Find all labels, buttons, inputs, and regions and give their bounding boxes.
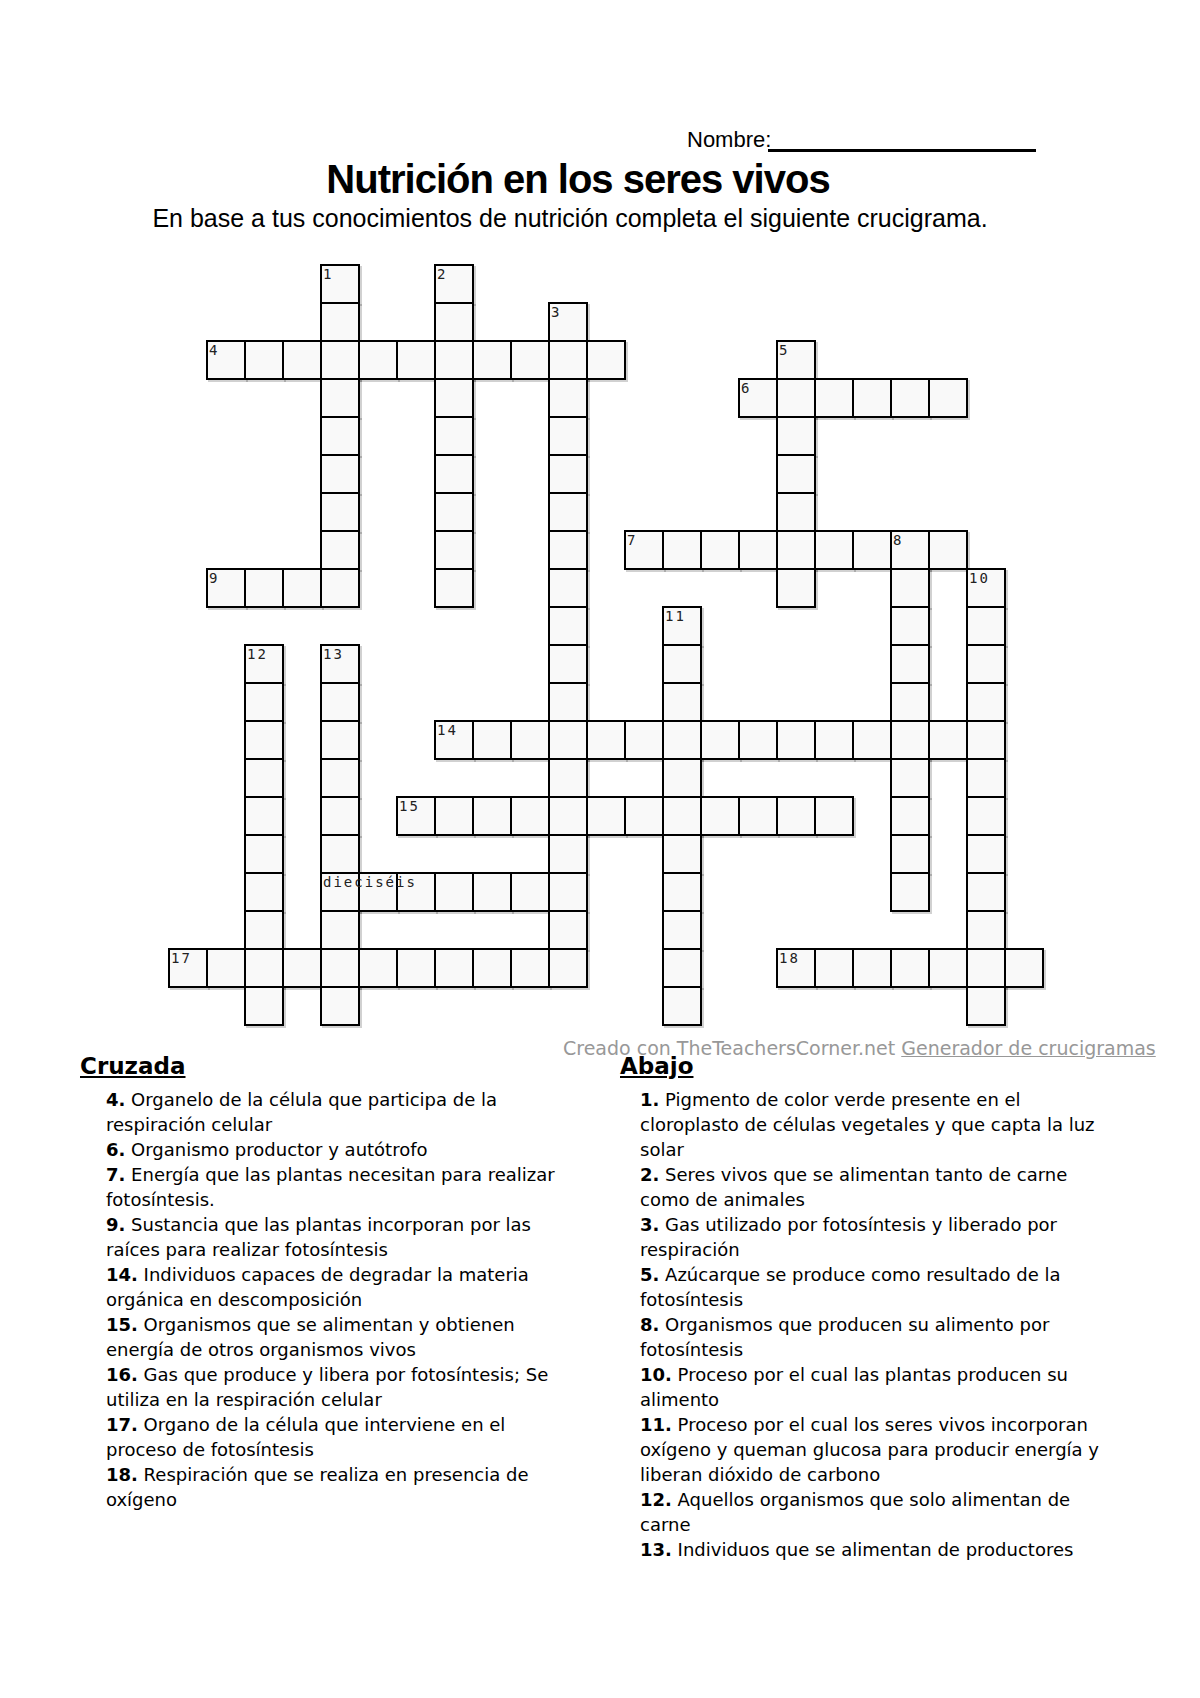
crossword-grid: 123456789101112131415dieciséis1718 [168,264,1046,1028]
across-clue-6: 6. Organismo productor y autótrofo [106,1137,651,1162]
grid-cell-r12c2[interactable] [244,720,284,760]
grid-cell-r3c7[interactable] [434,378,474,418]
grid-cell-r16c9[interactable] [510,872,550,912]
grid-cell-r9c10[interactable] [548,606,588,646]
clue-number-8: 8 [893,533,903,547]
down-clues-title: Abajo [620,1053,693,1079]
grid-cell-r13c2[interactable] [244,758,284,798]
across-clue-number: 15. [106,1314,138,1335]
grid-cell-r18c7[interactable] [434,948,474,988]
grid-cell-r12c20[interactable] [928,720,968,760]
down-clue-13: 13. Individuos que se alimentan de produ… [640,1537,1170,1562]
clue-number-18: 18 [779,951,800,965]
grid-cell-r15c21[interactable] [966,834,1006,874]
grid-cell-r5c7[interactable] [434,454,474,494]
credit-text: Creado con TheTeachersCorner.net [563,1037,901,1059]
grid-cell-r18c19[interactable] [890,948,930,988]
grid-cell-r18c8[interactable] [472,948,512,988]
down-clue-number: 2. [640,1164,659,1185]
grid-cell-r14c19[interactable] [890,796,930,836]
down-clue-text: Aquellos organismos que solo alimentan d… [640,1489,1070,1535]
grid-cell-r2c6[interactable] [396,340,436,380]
grid-cell-r16c19[interactable] [890,872,930,912]
across-clue-9: 9. Sustancia que las plantas incorporan … [106,1212,651,1262]
page-subtitle: En base a tus conocimientos de nutrición… [0,204,1140,233]
grid-cell-r7c20[interactable] [928,530,968,570]
across-clue-text: Organismos que se alimentan y obtienen e… [106,1314,515,1360]
grid-cell-r1c7[interactable] [434,302,474,342]
down-clue-number: 5. [640,1264,659,1285]
grid-cell-r16c8[interactable] [472,872,512,912]
grid-cell-r18c21[interactable] [966,948,1006,988]
clue-number-9: 9 [209,571,219,585]
across-clues-list: 4. Organelo de la célula que participa d… [106,1087,651,1512]
name-blank-line[interactable] [768,149,1036,152]
grid-cell-r3c16[interactable] [776,378,816,418]
grid-cell-r12c16[interactable] [776,720,816,760]
across-clue-text: Organismo productor y autótrofo [125,1139,427,1160]
across-clue-16: 16. Gas que produce y libera por fotosín… [106,1362,651,1412]
grid-cell-r3c20[interactable] [928,378,968,418]
clue-number-6: 6 [741,381,751,395]
grid-cell-r2c3[interactable] [282,340,322,380]
grid-cell-r10c10[interactable] [548,644,588,684]
down-clue-text: Gas utilizado por fotosíntesis y liberad… [640,1214,1057,1260]
grid-cell-r18c20[interactable] [928,948,968,988]
grid-cell-r8c3[interactable] [282,568,322,608]
grid-cell-r18c1[interactable] [206,948,246,988]
grid-cell-r14c11[interactable] [586,796,626,836]
grid-cell-r17c4[interactable] [320,910,360,950]
across-clue-17: 17. Organo de la célula que interviene e… [106,1412,651,1462]
across-clue-number: 18. [106,1464,138,1485]
grid-cell-r12c15[interactable] [738,720,778,760]
grid-cell-r8c4[interactable] [320,568,360,608]
grid-cell-r6c4[interactable] [320,492,360,532]
grid-cell-r11c2[interactable] [244,682,284,722]
grid-cell-r13c13[interactable] [662,758,702,798]
down-clue-number: 8. [640,1314,659,1335]
clue-number-dieciséis: dieciséis [323,875,417,889]
grid-cell-r12c18[interactable] [852,720,892,760]
grid-cell-r3c17[interactable] [814,378,854,418]
grid-cell-r4c10[interactable] [548,416,588,456]
across-clue-4: 4. Organelo de la célula que participa d… [106,1087,651,1137]
grid-cell-r4c16[interactable] [776,416,816,456]
grid-cell-r3c4[interactable] [320,378,360,418]
across-clue-15: 15. Organismos que se alimentan y obtien… [106,1312,651,1362]
grid-cell-r8c7[interactable] [434,568,474,608]
grid-cell-r4c4[interactable] [320,416,360,456]
grid-cell-r7c13[interactable] [662,530,702,570]
grid-cell-r1c4[interactable] [320,302,360,342]
grid-cell-r7c14[interactable] [700,530,740,570]
grid-cell-r6c10[interactable] [548,492,588,532]
clue-number-14: 14 [437,723,458,737]
grid-cell-r18c17[interactable] [814,948,854,988]
grid-cell-r13c21[interactable] [966,758,1006,798]
grid-cell-r14c16[interactable] [776,796,816,836]
clue-number-13: 13 [323,647,344,661]
grid-cell-r7c18[interactable] [852,530,892,570]
down-clue-8: 8. Organismos que producen su alimento p… [640,1312,1170,1362]
grid-cell-r14c8[interactable] [472,796,512,836]
grid-cell-r7c17[interactable] [814,530,854,570]
down-clue-3: 3. Gas utilizado por fotosíntesis y libe… [640,1212,1170,1262]
across-clue-text: Gas que produce y libera por fotosíntesi… [106,1364,548,1410]
clue-number-1: 1 [323,267,333,281]
across-clue-number: 7. [106,1164,125,1185]
grid-cell-r12c12[interactable] [624,720,664,760]
grid-cell-r12c8[interactable] [472,720,512,760]
down-clue-text: Seres vivos que se alimentan tanto de ca… [640,1164,1067,1210]
grid-cell-r12c17[interactable] [814,720,854,760]
grid-cell-r14c17[interactable] [814,796,854,836]
down-clue-10: 10. Proceso por el cual las plantas prod… [640,1362,1170,1412]
grid-cell-r6c7[interactable] [434,492,474,532]
grid-cell-r8c2[interactable] [244,568,284,608]
grid-cell-r3c19[interactable] [890,378,930,418]
grid-cell-r16c21[interactable] [966,872,1006,912]
across-clue-number: 9. [106,1214,125,1235]
grid-cell-r11c21[interactable] [966,682,1006,722]
page-title: Nutrición en los seres vivos [0,157,1156,202]
grid-cell-r11c10[interactable] [548,682,588,722]
grid-cell-r17c13[interactable] [662,910,702,950]
grid-cell-r2c4[interactable] [320,340,360,380]
grid-cell-r9c19[interactable] [890,606,930,646]
grid-cell-r12c11[interactable] [586,720,626,760]
grid-cell-r15c10[interactable] [548,834,588,874]
down-clue-5: 5. Azúcarque se produce como resultado d… [640,1262,1170,1312]
grid-cell-r18c3[interactable] [282,948,322,988]
clue-number-12: 12 [247,647,268,661]
clue-number-17: 17 [171,951,192,965]
across-clue-text: Sustancia que las plantas incorporan por… [106,1214,531,1260]
grid-cell-r14c10[interactable] [548,796,588,836]
down-clue-number: 12. [640,1489,672,1510]
grid-cell-r7c16[interactable] [776,530,816,570]
grid-cell-r8c19[interactable] [890,568,930,608]
grid-cell-r13c4[interactable] [320,758,360,798]
grid-cell-r10c13[interactable] [662,644,702,684]
grid-cell-r4c7[interactable] [434,416,474,456]
clue-number-11: 11 [665,609,686,623]
down-clue-text: Proceso por el cual las plantas producen… [640,1364,1068,1410]
down-clue-text: Pigmento de color verde presente en el c… [640,1089,1095,1160]
grid-cell-r15c2[interactable] [244,834,284,874]
down-clue-number: 11. [640,1414,672,1435]
grid-cell-r13c10[interactable] [548,758,588,798]
grid-cell-r11c13[interactable] [662,682,702,722]
grid-cell-r18c10[interactable] [548,948,588,988]
grid-cell-r7c4[interactable] [320,530,360,570]
grid-cell-r2c7[interactable] [434,340,474,380]
clue-number-7: 7 [627,533,637,547]
grid-cell-r12c21[interactable] [966,720,1006,760]
down-clue-text: Organismos que producen su alimento por … [640,1314,1049,1360]
across-clue-number: 14. [106,1264,138,1285]
grid-cell-r15c13[interactable] [662,834,702,874]
grid-cell-r14c9[interactable] [510,796,550,836]
across-clue-number: 17. [106,1414,138,1435]
grid-cell-r14c4[interactable] [320,796,360,836]
grid-cell-r7c7[interactable] [434,530,474,570]
grid-cell-r2c10[interactable] [548,340,588,380]
grid-cell-r2c8[interactable] [472,340,512,380]
grid-cell-r14c2[interactable] [244,796,284,836]
grid-cell-r13c19[interactable] [890,758,930,798]
across-clue-text: Energía que las plantas necesitan para r… [106,1164,555,1210]
grid-cell-r18c18[interactable] [852,948,892,988]
grid-cell-r16c13[interactable] [662,872,702,912]
grid-cell-r14c14[interactable] [700,796,740,836]
grid-cell-r2c2[interactable] [244,340,284,380]
grid-cell-r14c12[interactable] [624,796,664,836]
grid-cell-r18c9[interactable] [510,948,550,988]
grid-cell-r19c4[interactable] [320,986,360,1026]
across-clue-text: Organo de la célula que interviene en el… [106,1414,505,1460]
across-clue-18: 18. Respiración que se realiza en presen… [106,1462,651,1512]
across-clue-text: Organelo de la célula que participa de l… [106,1089,497,1135]
grid-cell-r18c2[interactable] [244,948,284,988]
clue-number-5: 5 [779,343,789,357]
grid-cell-r5c4[interactable] [320,454,360,494]
across-clue-number: 4. [106,1089,125,1110]
grid-cell-r18c13[interactable] [662,948,702,988]
grid-cell-r12c19[interactable] [890,720,930,760]
across-clue-number: 6. [106,1139,125,1160]
grid-cell-r5c16[interactable] [776,454,816,494]
grid-cell-r12c9[interactable] [510,720,550,760]
grid-cell-r7c15[interactable] [738,530,778,570]
grid-cell-r12c4[interactable] [320,720,360,760]
down-clue-2: 2. Seres vivos que se alimentan tanto de… [640,1162,1170,1212]
across-clue-text: Respiración que se realiza en presencia … [106,1464,529,1510]
down-clue-text: Proceso por el cual los seres vivos inco… [640,1414,1099,1485]
grid-cell-r10c21[interactable] [966,644,1006,684]
clue-number-15: 15 [399,799,420,813]
grid-cell-r7c10[interactable] [548,530,588,570]
worksheet-page: Nombre: Nutrición en los seres vivos En … [0,0,1200,1698]
grid-cell-r15c4[interactable] [320,834,360,874]
clue-number-2: 2 [437,267,447,281]
down-clue-1: 1. Pigmento de color verde presente en e… [640,1087,1170,1162]
grid-cell-r2c11[interactable] [586,340,626,380]
name-label: Nombre: [687,127,771,153]
across-clue-7: 7. Energía que las plantas necesitan par… [106,1162,651,1212]
grid-cell-r18c5[interactable] [358,948,398,988]
grid-cell-r12c14[interactable] [700,720,740,760]
down-clue-11: 11. Proceso por el cual los seres vivos … [640,1412,1170,1487]
across-clue-14: 14. Individuos capaces de degradar la ma… [106,1262,651,1312]
grid-cell-r17c21[interactable] [966,910,1006,950]
down-clue-text: Individuos que se alimentan de productor… [672,1539,1073,1560]
grid-cell-r18c6[interactable] [396,948,436,988]
grid-cell-r19c13[interactable] [662,986,702,1026]
grid-cell-r11c4[interactable] [320,682,360,722]
grid-cell-r16c10[interactable] [548,872,588,912]
grid-cell-r17c10[interactable] [548,910,588,950]
grid-cell-r17c2[interactable] [244,910,284,950]
clue-number-4: 4 [209,343,219,357]
grid-cell-r15c19[interactable] [890,834,930,874]
down-clue-12: 12. Aquellos organismos que solo aliment… [640,1487,1170,1537]
down-clue-number: 13. [640,1539,672,1560]
grid-cell-r8c10[interactable] [548,568,588,608]
grid-cell-r10c19[interactable] [890,644,930,684]
across-clues-title: Cruzada [80,1053,186,1079]
grid-cell-r14c13[interactable] [662,796,702,836]
grid-cell-r14c15[interactable] [738,796,778,836]
down-clue-number: 3. [640,1214,659,1235]
grid-cell-r3c10[interactable] [548,378,588,418]
across-clue-number: 16. [106,1364,138,1385]
clue-number-3: 3 [551,305,561,319]
down-clue-text: Azúcarque se produce como resultado de l… [640,1264,1061,1310]
grid-cell-r19c2[interactable] [244,986,284,1026]
grid-cell-r8c16[interactable] [776,568,816,608]
grid-cell-r12c10[interactable] [548,720,588,760]
grid-cell-r3c18[interactable] [852,378,892,418]
clue-number-10: 10 [969,571,990,585]
grid-cell-r9c21[interactable] [966,606,1006,646]
down-clue-number: 1. [640,1089,659,1110]
down-clue-number: 10. [640,1364,672,1385]
grid-cell-r14c21[interactable] [966,796,1006,836]
grid-cell-r18c4[interactable] [320,948,360,988]
grid-cell-r5c10[interactable] [548,454,588,494]
grid-cell-r2c9[interactable] [510,340,550,380]
grid-cell-r12c13[interactable] [662,720,702,760]
grid-cell-r11c19[interactable] [890,682,930,722]
across-clue-text: Individuos capaces de degradar la materi… [106,1264,529,1310]
grid-cell-r16c7[interactable] [434,872,474,912]
grid-cell-r18c22[interactable] [1004,948,1044,988]
grid-cell-r6c16[interactable] [776,492,816,532]
down-clues-list: 1. Pigmento de color verde presente en e… [640,1087,1170,1562]
grid-cell-r14c7[interactable] [434,796,474,836]
grid-cell-r19c21[interactable] [966,986,1006,1026]
grid-cell-r2c5[interactable] [358,340,398,380]
credit-link[interactable]: Generador de crucigramas [901,1037,1156,1059]
grid-cell-r16c2[interactable] [244,872,284,912]
